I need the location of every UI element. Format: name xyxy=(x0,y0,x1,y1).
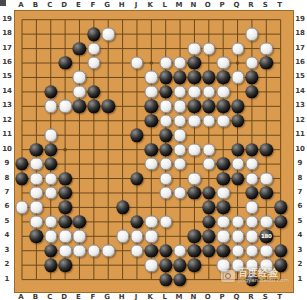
row-label-left: 11 xyxy=(2,131,12,138)
col-label-bottom: D xyxy=(61,293,67,300)
col-label-top: E xyxy=(76,1,81,8)
row-label-right: 3 xyxy=(298,246,303,253)
row-label-right: 2 xyxy=(298,261,303,268)
row-label-left: 8 xyxy=(5,174,10,181)
row-label-left: 5 xyxy=(5,217,10,224)
row-label-right: 18 xyxy=(295,30,305,37)
col-label-bottom: K xyxy=(148,293,153,300)
col-label-bottom: P xyxy=(220,293,225,300)
star-point xyxy=(63,148,67,152)
row-label-left: 2 xyxy=(5,261,10,268)
row-label-right: 10 xyxy=(295,145,305,152)
col-label-top: C xyxy=(47,1,52,8)
corner-artifact xyxy=(0,0,6,6)
col-label-bottom: F xyxy=(90,293,95,300)
col-label-top: P xyxy=(220,1,225,8)
row-label-right: 13 xyxy=(295,102,305,109)
col-label-top: J xyxy=(135,1,138,8)
col-label-bottom: N xyxy=(191,293,197,300)
col-label-bottom: G xyxy=(104,293,110,300)
row-label-right: 1 xyxy=(298,275,303,282)
watermark-text: 百度经验 jingyan.baidu.com xyxy=(238,268,289,284)
col-label-bottom: S xyxy=(263,293,268,300)
row-label-left: 9 xyxy=(5,160,10,167)
row-label-right: 15 xyxy=(295,73,305,80)
star-point xyxy=(150,61,154,65)
row-label-left: 1 xyxy=(5,275,10,282)
row-label-left: 4 xyxy=(5,232,10,239)
star-point xyxy=(236,61,240,65)
col-label-top: N xyxy=(191,1,197,8)
col-label-top: B xyxy=(33,1,38,8)
col-label-top: R xyxy=(248,1,253,8)
col-label-top: O xyxy=(205,1,211,8)
row-label-right: 19 xyxy=(295,15,305,22)
col-label-bottom: R xyxy=(248,293,253,300)
col-label-bottom: O xyxy=(205,293,211,300)
col-label-top: F xyxy=(90,1,95,8)
row-label-right: 7 xyxy=(298,188,303,195)
row-label-right: 12 xyxy=(295,116,305,123)
move-number-label: 180 xyxy=(261,233,272,239)
col-label-bottom: C xyxy=(47,293,52,300)
col-label-bottom: T xyxy=(277,293,282,300)
col-label-top: S xyxy=(263,1,268,8)
row-label-left: 17 xyxy=(2,44,12,51)
watermark: 百度经验 jingyan.baidu.com xyxy=(221,262,297,290)
watermark-url: jingyan.baidu.com xyxy=(238,278,289,284)
row-label-left: 14 xyxy=(2,87,12,94)
row-label-left: 3 xyxy=(5,246,10,253)
row-label-right: 6 xyxy=(298,203,303,210)
row-label-right: 17 xyxy=(295,44,305,51)
row-label-right: 5 xyxy=(298,217,303,224)
go-board: 180 xyxy=(14,10,294,293)
row-label-left: 16 xyxy=(2,59,12,66)
row-label-right: 8 xyxy=(298,174,303,181)
row-label-right: 11 xyxy=(295,131,305,138)
row-label-right: 14 xyxy=(295,87,305,94)
col-label-bottom: E xyxy=(76,293,81,300)
col-label-bottom: A xyxy=(18,293,23,300)
col-label-bottom: B xyxy=(33,293,38,300)
col-label-bottom: J xyxy=(135,293,138,300)
row-label-left: 6 xyxy=(5,203,10,210)
row-label-left: 13 xyxy=(2,102,12,109)
col-label-top: Q xyxy=(234,1,240,8)
col-label-top: G xyxy=(104,1,110,8)
col-label-bottom: L xyxy=(162,293,166,300)
col-label-top: D xyxy=(61,1,67,8)
row-label-left: 10 xyxy=(2,145,12,152)
row-label-left: 19 xyxy=(2,15,12,22)
col-label-top: H xyxy=(119,1,125,8)
row-label-left: 15 xyxy=(2,73,12,80)
col-label-top: L xyxy=(162,1,166,8)
row-label-left: 12 xyxy=(2,116,12,123)
col-label-bottom: H xyxy=(119,293,125,300)
row-label-left: 18 xyxy=(2,30,12,37)
col-label-top: M xyxy=(176,1,183,8)
screenshot-root: 180 AABBCCDDEEFFGGHHJJKKLLMMNNOOPPQQRRSS… xyxy=(0,0,307,300)
row-label-right: 16 xyxy=(295,59,305,66)
row-label-right: 9 xyxy=(298,160,303,167)
row-label-left: 7 xyxy=(5,188,10,195)
col-label-bottom: M xyxy=(176,293,183,300)
row-label-right: 4 xyxy=(298,232,303,239)
col-label-bottom: Q xyxy=(234,293,240,300)
col-label-top: T xyxy=(277,1,282,8)
col-label-top: K xyxy=(148,1,153,8)
col-label-top: A xyxy=(18,1,23,8)
baidu-jingyan-logo-icon xyxy=(221,270,235,282)
